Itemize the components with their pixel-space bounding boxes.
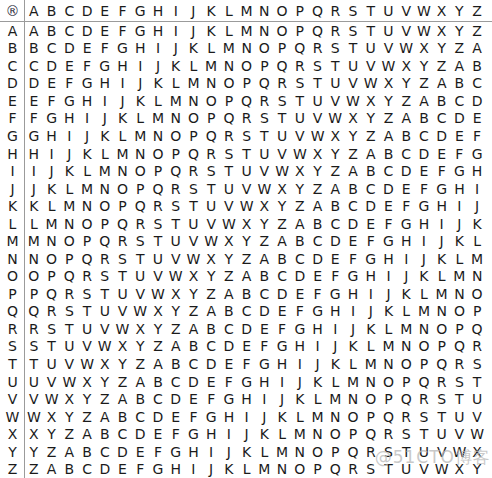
row-label: R — [0, 320, 25, 338]
grid-cell: U — [256, 145, 274, 163]
grid-cell: U — [291, 110, 309, 128]
grid-cell: W — [451, 443, 469, 461]
grid-cell: U — [149, 250, 167, 268]
grid-cell: T — [433, 408, 451, 426]
grid-cell: V — [344, 75, 362, 93]
grid-cell: D — [238, 320, 256, 338]
grid-cell: N — [78, 197, 96, 215]
grid-cell: F — [433, 162, 451, 180]
row-label: O — [0, 268, 25, 286]
grid-cell: T — [380, 460, 398, 478]
grid-cell: R — [433, 373, 451, 391]
grid-cell: U — [326, 75, 344, 93]
grid-cell: E — [451, 127, 469, 145]
grid-cell: C — [43, 40, 61, 58]
grid-cell: F — [131, 460, 149, 478]
grid-cell: K — [397, 285, 415, 303]
grid-cell: X — [238, 215, 256, 233]
grid-cell: E — [273, 303, 291, 321]
row-label: L — [0, 215, 25, 233]
grid-cell: R — [78, 268, 96, 286]
header-cell: X — [433, 0, 451, 22]
grid-cell: J — [96, 110, 114, 128]
grid-cell: B — [380, 145, 398, 163]
grid-cell: I — [415, 232, 433, 250]
grid-cell: B — [185, 338, 203, 356]
grid-cell: O — [202, 92, 220, 110]
grid-cell: G — [309, 303, 327, 321]
grid-cell: A — [326, 180, 344, 198]
grid-cell: E — [78, 40, 96, 58]
grid-cell: T — [167, 215, 185, 233]
grid-cell: J — [256, 408, 274, 426]
grid-cell: B — [149, 373, 167, 391]
grid-cell: V — [309, 110, 327, 128]
grid-cell: T — [238, 145, 256, 163]
grid-cell: S — [326, 40, 344, 58]
grid-cell: R — [309, 40, 327, 58]
grid-cell: V — [451, 425, 469, 443]
grid-cell: A — [131, 373, 149, 391]
grid-cell: B — [397, 127, 415, 145]
grid-cell: T — [309, 75, 327, 93]
grid-cell: I — [344, 303, 362, 321]
grid-cell: J — [415, 250, 433, 268]
grid-cell: X — [415, 40, 433, 58]
grid-cell: T — [362, 22, 380, 40]
grid-cell: O — [131, 162, 149, 180]
grid-cell: P — [326, 443, 344, 461]
grid-cell: D — [114, 443, 132, 461]
grid-cell: X — [220, 232, 238, 250]
grid-cell: V — [185, 232, 203, 250]
grid-cell: G — [149, 460, 167, 478]
grid-cell: G — [25, 127, 43, 145]
grid-cell: U — [220, 180, 238, 198]
grid-cell: B — [326, 197, 344, 215]
grid-cell: G — [96, 57, 114, 75]
grid-cell: Y — [238, 232, 256, 250]
header-divider-line — [0, 21, 492, 22]
grid-cell: I — [220, 425, 238, 443]
grid-cell: Y — [60, 408, 78, 426]
grid-cell: K — [220, 460, 238, 478]
grid-cell: A — [60, 443, 78, 461]
grid-cell: M — [114, 145, 132, 163]
grid-cell: X — [344, 110, 362, 128]
row-label: C — [0, 57, 25, 75]
grid-cell: Z — [60, 425, 78, 443]
grid-cell: F — [220, 373, 238, 391]
grid-cell: J — [185, 22, 203, 40]
row-label: X — [0, 425, 25, 443]
grid-cell: W — [326, 110, 344, 128]
grid-cell: U — [60, 338, 78, 356]
grid-cell: S — [273, 92, 291, 110]
grid-cell: I — [60, 127, 78, 145]
grid-cell: C — [344, 197, 362, 215]
grid-cell: G — [362, 250, 380, 268]
grid-cell: K — [326, 355, 344, 373]
grid-cell: X — [291, 162, 309, 180]
grid-cell: N — [25, 250, 43, 268]
grid-cell: F — [344, 250, 362, 268]
grid-cell: Y — [114, 355, 132, 373]
header-cell: E — [96, 0, 114, 22]
grid-cell: O — [326, 425, 344, 443]
grid-cell: R — [397, 408, 415, 426]
grid-cell: N — [220, 57, 238, 75]
grid-cell: O — [96, 197, 114, 215]
header-cell: A — [25, 0, 43, 22]
grid-cell: O — [25, 268, 43, 286]
row-label: Y — [0, 443, 25, 461]
grid-cell: J — [273, 390, 291, 408]
grid-cell: E — [131, 443, 149, 461]
grid-cell: R — [380, 425, 398, 443]
grid-cell: F — [256, 338, 274, 356]
grid-cell: E — [114, 460, 132, 478]
grid-cell: T — [326, 57, 344, 75]
grid-cell: O — [256, 40, 274, 58]
grid-cell: U — [273, 127, 291, 145]
grid-cell: J — [114, 92, 132, 110]
grid-cell: I — [326, 320, 344, 338]
grid-cell: R — [131, 215, 149, 233]
grid-cell: C — [149, 390, 167, 408]
grid-cell: N — [131, 145, 149, 163]
grid-cell: O — [362, 390, 380, 408]
header-cell: I — [167, 0, 185, 22]
grid-cell: J — [451, 215, 469, 233]
grid-cell: X — [78, 373, 96, 391]
grid-cell: H — [380, 250, 398, 268]
grid-cell: Y — [273, 197, 291, 215]
grid-cell: Q — [415, 373, 433, 391]
row-label: H — [0, 145, 25, 163]
grid-cell: D — [344, 215, 362, 233]
row-label: Z — [0, 460, 25, 478]
grid-cell: J — [433, 232, 451, 250]
grid-cell: D — [397, 162, 415, 180]
grid-cell: S — [43, 320, 61, 338]
grid-cell: W — [220, 215, 238, 233]
grid-cell: Z — [415, 75, 433, 93]
grid-cell: J — [309, 355, 327, 373]
grid-cell: O — [60, 232, 78, 250]
grid-cell: R — [273, 75, 291, 93]
grid-cell: H — [114, 57, 132, 75]
grid-cell: T — [185, 197, 203, 215]
grid-cell: G — [43, 110, 61, 128]
grid-cell: Y — [220, 250, 238, 268]
grid-cell: Q — [451, 338, 469, 356]
grid-cell: I — [185, 460, 203, 478]
grid-cell: Q — [362, 425, 380, 443]
grid-cell: P — [362, 408, 380, 426]
grid-cell: W — [167, 268, 185, 286]
grid-cell: T — [451, 390, 469, 408]
grid-cell: N — [397, 338, 415, 356]
grid-cell: U — [114, 285, 132, 303]
grid-cell: E — [256, 320, 274, 338]
header-cell: Q — [309, 0, 327, 22]
grid-cell: M — [238, 22, 256, 40]
grid-cell: D — [256, 303, 274, 321]
grid-cell: E — [167, 408, 185, 426]
grid-cell: L — [309, 390, 327, 408]
grid-cell: F — [43, 92, 61, 110]
grid-cell: L — [202, 40, 220, 58]
grid-cell: V — [114, 303, 132, 321]
grid-cell: D — [309, 250, 327, 268]
header-cell: O — [273, 0, 291, 22]
grid-cell: Z — [96, 390, 114, 408]
grid-cell: L — [344, 355, 362, 373]
grid-cell: X — [25, 425, 43, 443]
grid-cell: L — [326, 373, 344, 391]
grid-cell: C — [362, 180, 380, 198]
grid-cell: G — [344, 268, 362, 286]
grid-cell: L — [167, 75, 185, 93]
grid-cell: U — [309, 92, 327, 110]
grid-cell: B — [291, 232, 309, 250]
grid-cell: M — [78, 180, 96, 198]
grid-cell: Q — [309, 22, 327, 40]
grid-cell: H — [131, 40, 149, 58]
grid-cell: K — [362, 320, 380, 338]
grid-cell: G — [451, 162, 469, 180]
grid-cell: S — [380, 443, 398, 461]
grid-cell: Y — [202, 268, 220, 286]
grid-cell: F — [202, 390, 220, 408]
grid-cell: X — [468, 443, 486, 461]
grid-cell: R — [43, 303, 61, 321]
grid-cell: Z — [468, 22, 486, 40]
header-cell: V — [397, 0, 415, 22]
grid-cell: M — [415, 303, 433, 321]
grid-cell: Y — [167, 303, 185, 321]
grid-cell: L — [149, 92, 167, 110]
grid-cell: T — [149, 232, 167, 250]
grid-cell: C — [326, 215, 344, 233]
grid-cell: Z — [433, 57, 451, 75]
grid-cell: J — [60, 145, 78, 163]
grid-cell: R — [415, 390, 433, 408]
grid-cell: F — [238, 355, 256, 373]
grid-cell: I — [397, 250, 415, 268]
grid-cell: V — [415, 460, 433, 478]
grid-cell: O — [451, 303, 469, 321]
grid-cell: P — [149, 162, 167, 180]
grid-cell: J — [220, 443, 238, 461]
row-label: D — [0, 75, 25, 93]
grid-cell: B — [131, 390, 149, 408]
grid-cell: E — [344, 232, 362, 250]
header-cell: B — [43, 0, 61, 22]
grid-cell: S — [256, 110, 274, 128]
grid-cell: Q — [25, 303, 43, 321]
grid-cell: E — [185, 390, 203, 408]
grid-cell: K — [433, 250, 451, 268]
grid-cell: L — [433, 268, 451, 286]
grid-cell: N — [114, 162, 132, 180]
grid-cell: K — [25, 197, 43, 215]
grid-cell: H — [309, 320, 327, 338]
grid-cell: R — [451, 355, 469, 373]
grid-cell: P — [202, 110, 220, 128]
grid-cell: H — [149, 22, 167, 40]
grid-cell: Q — [256, 75, 274, 93]
grid-cell: K — [380, 303, 398, 321]
grid-cell: Z — [380, 110, 398, 128]
grid-cell: Y — [415, 57, 433, 75]
grid-cell: M — [167, 92, 185, 110]
grid-cell: R — [468, 338, 486, 356]
grid-cell: I — [380, 268, 398, 286]
grid-cell: Y — [326, 145, 344, 163]
grid-cell: I — [273, 373, 291, 391]
row-label: P — [0, 285, 25, 303]
grid-cell: N — [43, 232, 61, 250]
header-cell: G — [131, 0, 149, 22]
grid-cell: J — [202, 460, 220, 478]
grid-cell: D — [291, 268, 309, 286]
grid-cell: P — [96, 215, 114, 233]
grid-cell: Q — [60, 268, 78, 286]
header-cell: S — [344, 0, 362, 22]
grid-cell: D — [149, 408, 167, 426]
grid-cell: C — [397, 145, 415, 163]
grid-cell: A — [202, 303, 220, 321]
header-cell: F — [114, 0, 132, 22]
grid-cell: V — [326, 92, 344, 110]
grid-cell: M — [362, 355, 380, 373]
grid-cell: R — [256, 92, 274, 110]
grid-cell: K — [202, 22, 220, 40]
grid-cell: P — [114, 197, 132, 215]
grid-cell: K — [451, 232, 469, 250]
grid-cell: I — [238, 408, 256, 426]
grid-cell: F — [380, 215, 398, 233]
grid-cell: R — [25, 320, 43, 338]
grid-cell: R — [238, 110, 256, 128]
grid-cell: D — [202, 355, 220, 373]
grid-cell: A — [380, 127, 398, 145]
grid-cell: T — [397, 443, 415, 461]
grid-cell: G — [273, 338, 291, 356]
grid-cell: Z — [273, 215, 291, 233]
grid-cell: W — [238, 197, 256, 215]
grid-cell: A — [256, 250, 274, 268]
grid-cell: Z — [451, 40, 469, 58]
grid-cell: O — [149, 145, 167, 163]
grid-cell: M — [344, 373, 362, 391]
grid-cell: I — [25, 162, 43, 180]
grid-cell: Q — [185, 145, 203, 163]
grid-cell: H — [362, 268, 380, 286]
grid-cell: A — [78, 425, 96, 443]
grid-cell: C — [78, 460, 96, 478]
grid-cell: N — [344, 390, 362, 408]
grid-cell: A — [468, 40, 486, 58]
header-cell: J — [185, 0, 203, 22]
registered-trademark-symbol: ® — [0, 0, 25, 22]
grid-cell: O — [185, 110, 203, 128]
grid-cell: X — [167, 285, 185, 303]
grid-cell: C — [256, 285, 274, 303]
grid-cell: T — [43, 338, 61, 356]
grid-cell: N — [468, 268, 486, 286]
grid-cell: S — [202, 162, 220, 180]
grid-cell: Y — [43, 425, 61, 443]
grid-cell: S — [220, 145, 238, 163]
grid-cell: E — [60, 57, 78, 75]
grid-cell: Y — [131, 338, 149, 356]
grid-cell: C — [415, 127, 433, 145]
grid-cell: L — [78, 162, 96, 180]
grid-cell: S — [131, 232, 149, 250]
grid-cell: H — [397, 232, 415, 250]
grid-cell: R — [167, 180, 185, 198]
grid-cell: B — [415, 110, 433, 128]
grid-cell: W — [380, 57, 398, 75]
grid-cell: W — [114, 320, 132, 338]
grid-cell: Q — [43, 285, 61, 303]
grid-cell: Q — [96, 232, 114, 250]
grid-cell: C — [468, 75, 486, 93]
grid-cell: W — [131, 303, 149, 321]
grid-cell: Z — [114, 373, 132, 391]
grid-cell: Q — [149, 180, 167, 198]
grid-cell: J — [362, 303, 380, 321]
grid-cell: G — [238, 373, 256, 391]
grid-cell: O — [433, 320, 451, 338]
header-cell: D — [78, 0, 96, 22]
grid-cell: G — [468, 145, 486, 163]
grid-cell: A — [167, 338, 185, 356]
grid-cell: M — [202, 57, 220, 75]
grid-cell: S — [114, 250, 132, 268]
grid-cell: P — [344, 425, 362, 443]
grid-cell: D — [43, 57, 61, 75]
grid-cell: M — [326, 390, 344, 408]
grid-cell: S — [78, 285, 96, 303]
grid-cell: M — [397, 320, 415, 338]
row-label: S — [0, 338, 25, 356]
grid-cell: K — [256, 425, 274, 443]
grid-cell: X — [60, 390, 78, 408]
grid-cell: T — [468, 373, 486, 391]
grid-cell: D — [362, 197, 380, 215]
vigenere-table: ®ABCDEFGHIJKLMNOPQRSTUVWXYZAABCDEFGHIJKL… — [0, 0, 492, 478]
grid-cell: K — [344, 338, 362, 356]
grid-cell: F — [60, 75, 78, 93]
grid-cell: E — [96, 22, 114, 40]
grid-cell: D — [185, 373, 203, 391]
grid-cell: I — [433, 215, 451, 233]
grid-cell: Q — [433, 355, 451, 373]
row-label: G — [0, 127, 25, 145]
grid-cell: H — [256, 373, 274, 391]
row-label: K — [0, 197, 25, 215]
grid-cell: F — [291, 303, 309, 321]
grid-cell: H — [96, 75, 114, 93]
grid-cell: I — [202, 443, 220, 461]
grid-cell: P — [415, 355, 433, 373]
grid-cell: J — [468, 197, 486, 215]
grid-cell: L — [397, 303, 415, 321]
